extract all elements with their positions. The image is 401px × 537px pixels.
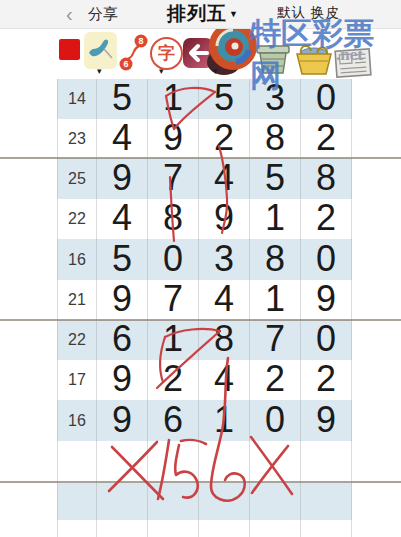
logo-dropdown-caret-icon[interactable]: ▾ <box>213 67 218 76</box>
digit-cell[interactable]: 6 <box>97 320 148 360</box>
digit-cell[interactable]: 0 <box>301 320 352 360</box>
digit-cell[interactable]: 7 <box>250 320 301 360</box>
skin-switch-button[interactable]: 默认 换皮 <box>277 0 340 26</box>
digit-cell[interactable] <box>250 483 301 520</box>
page-title-text: 排列五 <box>167 3 227 24</box>
number-grid: 1451530234928225974582248912165038021974… <box>57 79 352 537</box>
digit-cell[interactable]: 0 <box>250 400 301 441</box>
row-label: 21 <box>57 280 97 320</box>
digit-cell[interactable] <box>148 520 199 537</box>
digit-cell[interactable] <box>301 483 352 520</box>
digit-cell[interactable]: 5 <box>250 158 301 199</box>
digit-cell[interactable]: 5 <box>97 79 148 119</box>
digit-cell[interactable]: 4 <box>97 199 148 239</box>
digit-cell[interactable]: 1 <box>250 199 301 239</box>
grid-row: 1451530 <box>57 79 352 119</box>
digit-cell[interactable]: 4 <box>199 158 250 199</box>
digit-cell[interactable]: 7 <box>148 158 199 199</box>
digit-cell[interactable]: 9 <box>97 280 148 320</box>
digit-cell[interactable]: 9 <box>301 400 352 441</box>
row-label: 22 <box>57 320 97 360</box>
brush-tool-button[interactable] <box>84 32 117 69</box>
digit-cell[interactable]: 3 <box>250 79 301 119</box>
brush-dropdown-caret-icon[interactable]: ▾ <box>97 67 102 76</box>
digit-cell[interactable]: 0 <box>301 239 352 280</box>
brush-icon <box>84 32 117 69</box>
digit-cell[interactable]: 9 <box>97 158 148 199</box>
digit-cell[interactable]: 5 <box>97 239 148 280</box>
group-separator-line <box>0 319 401 321</box>
grid-row: 2197419 <box>57 280 352 320</box>
grid-row: 1650380 <box>57 239 352 280</box>
digit-cell[interactable] <box>250 520 301 537</box>
row-label: 23 <box>57 119 97 158</box>
number-line-icon: 8 6 <box>118 33 150 73</box>
grid-row: 1792422 <box>57 360 352 400</box>
drawing-toolbar: 8 6 字 <box>0 28 401 79</box>
grid-row: 2248912 <box>57 199 352 239</box>
digit-cell[interactable]: 0 <box>301 79 352 119</box>
digit-cell[interactable] <box>148 441 199 483</box>
digit-cell[interactable] <box>199 520 250 537</box>
digit-cell[interactable]: 2 <box>199 119 250 158</box>
text-tool-button[interactable]: 字 <box>150 37 183 70</box>
share-button[interactable]: 分享 <box>88 0 118 28</box>
grid-row <box>57 441 352 483</box>
row-label: 22 <box>57 199 97 239</box>
digit-cell[interactable] <box>97 441 148 483</box>
digit-cell[interactable]: 9 <box>301 280 352 320</box>
title-bar: ‹ 分享 排列五▼ 默认 换皮 <box>0 0 401 29</box>
digit-cell[interactable]: 1 <box>148 320 199 360</box>
red-color-swatch[interactable] <box>59 39 80 60</box>
digit-cell[interactable]: 2 <box>301 360 352 400</box>
digit-cell[interactable]: 6 <box>148 400 199 441</box>
number-line-tool-button[interactable]: 8 6 <box>118 33 150 77</box>
green-basket-icon <box>254 41 292 77</box>
digit-cell[interactable]: 3 <box>199 239 250 280</box>
yellow-basket-icon <box>293 42 335 78</box>
digit-cell[interactable]: 2 <box>148 360 199 400</box>
group-separator-line <box>0 157 401 159</box>
grid-row: 1696109 <box>57 400 352 441</box>
digit-cell[interactable]: 0 <box>148 239 199 280</box>
row-label: 17 <box>57 360 97 400</box>
digit-cell[interactable]: 7 <box>148 280 199 320</box>
digit-cell[interactable]: 9 <box>199 199 250 239</box>
digit-cell[interactable]: 8 <box>199 320 250 360</box>
digit-cell[interactable] <box>199 441 250 483</box>
digit-cell[interactable]: 9 <box>97 360 148 400</box>
grid-row <box>57 483 352 520</box>
digit-cell[interactable]: 9 <box>148 119 199 158</box>
grid-row: 2597458 <box>57 158 352 199</box>
digit-cell[interactable]: 8 <box>148 199 199 239</box>
digit-cell[interactable]: 8 <box>301 158 352 199</box>
paper-grid-icon <box>333 46 373 80</box>
digit-cell[interactable]: 4 <box>199 280 250 320</box>
digit-cell[interactable]: 1 <box>250 280 301 320</box>
digit-cell[interactable] <box>250 441 301 483</box>
digit-cell[interactable]: 2 <box>301 199 352 239</box>
text-dropdown-caret-icon[interactable]: ▾ <box>159 67 164 76</box>
paper-grid-button[interactable] <box>333 46 373 84</box>
row-label <box>57 483 97 520</box>
digit-cell[interactable]: 9 <box>97 400 148 441</box>
page-title[interactable]: 排列五▼ <box>167 0 239 28</box>
row-label: 16 <box>57 400 97 441</box>
group-separator-line <box>0 481 401 483</box>
digit-cell[interactable]: 4 <box>199 360 250 400</box>
digit-cell[interactable] <box>97 483 148 520</box>
digit-cell[interactable]: 2 <box>301 119 352 158</box>
row-label: 16 <box>57 239 97 280</box>
digit-cell[interactable]: 4 <box>97 119 148 158</box>
digit-cell[interactable] <box>199 483 250 520</box>
digit-cell[interactable]: 8 <box>250 239 301 280</box>
digit-cell[interactable]: 2 <box>250 360 301 400</box>
digit-cell[interactable]: 8 <box>250 119 301 158</box>
grid-row <box>57 520 352 537</box>
grid-row: 2349282 <box>57 119 352 158</box>
title-dropdown-icon: ▼ <box>229 9 239 19</box>
digit-cell[interactable] <box>301 520 352 537</box>
yellow-basket-button[interactable] <box>293 42 335 82</box>
row-label: 14 <box>57 79 97 119</box>
pen-number-top: 8 <box>138 36 143 46</box>
digit-cell[interactable]: 1 <box>199 400 250 441</box>
digit-cell[interactable] <box>97 520 148 537</box>
back-chevron-icon[interactable]: ‹ <box>66 1 73 27</box>
digit-cell[interactable]: 5 <box>199 79 250 119</box>
row-label <box>57 441 97 483</box>
digit-cell[interactable]: 1 <box>148 79 199 119</box>
pen-number-bottom: 6 <box>123 59 128 69</box>
row-label: 25 <box>57 158 97 199</box>
digit-cell[interactable] <box>148 483 199 520</box>
grid-row: 2261870 <box>57 320 352 360</box>
row-label <box>57 520 97 537</box>
digit-cell[interactable] <box>301 441 352 483</box>
green-basket-button[interactable] <box>254 41 292 81</box>
